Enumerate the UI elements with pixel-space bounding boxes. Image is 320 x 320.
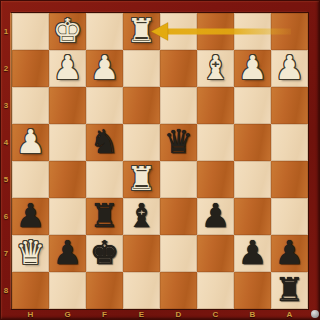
rank-label-3: 3 <box>0 87 12 124</box>
square-d3[interactable] <box>160 87 197 124</box>
black-knight[interactable]: ♞ <box>90 125 120 158</box>
black-pawn[interactable]: ♟ <box>238 236 268 269</box>
square-e8[interactable] <box>123 272 160 309</box>
rank-label-8: 8 <box>0 272 12 309</box>
square-a1[interactable] <box>271 13 308 50</box>
square-e6[interactable]: ♝ <box>123 198 160 235</box>
square-a7[interactable]: ♟ <box>271 235 308 272</box>
square-d5[interactable] <box>160 161 197 198</box>
square-c6[interactable]: ♟ <box>197 198 234 235</box>
square-d6[interactable] <box>160 198 197 235</box>
square-c4[interactable] <box>197 124 234 161</box>
square-b6[interactable] <box>234 198 271 235</box>
black-rook[interactable]: ♜ <box>275 273 305 306</box>
white-bishop[interactable]: ♝ <box>201 51 231 84</box>
board-corner-button[interactable] <box>311 310 319 318</box>
square-a2[interactable]: ♟ <box>271 50 308 87</box>
square-f1[interactable] <box>86 13 123 50</box>
square-b2[interactable]: ♟ <box>234 50 271 87</box>
square-b3[interactable] <box>234 87 271 124</box>
black-pawn[interactable]: ♟ <box>201 199 231 232</box>
square-a3[interactable] <box>271 87 308 124</box>
square-d8[interactable] <box>160 272 197 309</box>
square-h7[interactable]: ♛ <box>12 235 49 272</box>
square-h4[interactable]: ♟ <box>12 124 49 161</box>
white-pawn[interactable]: ♟ <box>275 51 305 84</box>
square-g7[interactable]: ♟ <box>49 235 86 272</box>
square-f3[interactable] <box>86 87 123 124</box>
square-f7[interactable]: ♚ <box>86 235 123 272</box>
black-pawn[interactable]: ♟ <box>16 199 46 232</box>
file-label-h: H <box>12 309 49 320</box>
rank-label-7: 7 <box>0 235 12 272</box>
square-g2[interactable]: ♟ <box>49 50 86 87</box>
square-h8[interactable] <box>12 272 49 309</box>
white-queen[interactable]: ♛ <box>16 236 46 269</box>
square-b7[interactable]: ♟ <box>234 235 271 272</box>
file-label-f: F <box>86 309 123 320</box>
square-h6[interactable]: ♟ <box>12 198 49 235</box>
square-a6[interactable] <box>271 198 308 235</box>
black-pawn[interactable]: ♟ <box>275 236 305 269</box>
file-label-d: D <box>160 309 197 320</box>
square-e2[interactable] <box>123 50 160 87</box>
rank-label-5: 5 <box>0 161 12 198</box>
square-b4[interactable] <box>234 124 271 161</box>
square-e4[interactable] <box>123 124 160 161</box>
board-grid: ♚♜♟♟♝♟♟♟♞♛♜♟♜♝♟♛♟♚♟♟♜ <box>12 13 308 309</box>
square-g3[interactable] <box>49 87 86 124</box>
square-b8[interactable] <box>234 272 271 309</box>
white-pawn[interactable]: ♟ <box>16 125 46 158</box>
square-e1[interactable]: ♜ <box>123 13 160 50</box>
square-h5[interactable] <box>12 161 49 198</box>
square-f8[interactable] <box>86 272 123 309</box>
square-a4[interactable] <box>271 124 308 161</box>
square-e7[interactable] <box>123 235 160 272</box>
rank-label-2: 2 <box>0 50 12 87</box>
black-rook[interactable]: ♜ <box>90 199 120 232</box>
white-pawn[interactable]: ♟ <box>90 51 120 84</box>
black-bishop[interactable]: ♝ <box>127 199 157 232</box>
square-f2[interactable]: ♟ <box>86 50 123 87</box>
square-f4[interactable]: ♞ <box>86 124 123 161</box>
file-label-a: A <box>271 309 308 320</box>
black-king[interactable]: ♚ <box>90 236 120 269</box>
square-g5[interactable] <box>49 161 86 198</box>
square-e3[interactable] <box>123 87 160 124</box>
square-d2[interactable] <box>160 50 197 87</box>
square-a8[interactable]: ♜ <box>271 272 308 309</box>
square-g4[interactable] <box>49 124 86 161</box>
square-c2[interactable]: ♝ <box>197 50 234 87</box>
square-d1[interactable] <box>160 13 197 50</box>
square-c1[interactable] <box>197 13 234 50</box>
file-label-g: G <box>49 309 86 320</box>
white-rook[interactable]: ♜ <box>127 162 157 195</box>
black-pawn[interactable]: ♟ <box>53 236 83 269</box>
square-c8[interactable] <box>197 272 234 309</box>
rank-label-6: 6 <box>0 198 12 235</box>
square-f5[interactable] <box>86 161 123 198</box>
square-h2[interactable] <box>12 50 49 87</box>
chess-board-window: ♚♜♟♟♝♟♟♟♞♛♜♟♜♝♟♛♟♚♟♟♜ 12345678HGFEDCBA <box>0 0 320 320</box>
square-c5[interactable] <box>197 161 234 198</box>
square-h1[interactable] <box>12 13 49 50</box>
square-d4[interactable]: ♛ <box>160 124 197 161</box>
square-b5[interactable] <box>234 161 271 198</box>
square-g8[interactable] <box>49 272 86 309</box>
black-queen[interactable]: ♛ <box>164 125 194 158</box>
white-pawn[interactable]: ♟ <box>53 51 83 84</box>
square-g1[interactable]: ♚ <box>49 13 86 50</box>
square-a5[interactable] <box>271 161 308 198</box>
square-b1[interactable] <box>234 13 271 50</box>
square-e5[interactable]: ♜ <box>123 161 160 198</box>
white-pawn[interactable]: ♟ <box>238 51 268 84</box>
square-c7[interactable] <box>197 235 234 272</box>
file-label-b: B <box>234 309 271 320</box>
file-label-c: C <box>197 309 234 320</box>
rank-label-4: 4 <box>0 124 12 161</box>
square-f6[interactable]: ♜ <box>86 198 123 235</box>
square-c3[interactable] <box>197 87 234 124</box>
file-label-e: E <box>123 309 160 320</box>
square-g6[interactable] <box>49 198 86 235</box>
square-h3[interactable] <box>12 87 49 124</box>
white-rook[interactable]: ♜ <box>127 14 157 47</box>
rank-label-1: 1 <box>0 13 12 50</box>
white-king[interactable]: ♚ <box>53 14 83 47</box>
square-d7[interactable] <box>160 235 197 272</box>
